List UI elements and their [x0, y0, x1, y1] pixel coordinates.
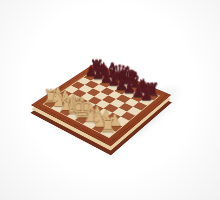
white-rook-glyph: ♜	[92, 115, 125, 135]
chess-pieces: ♜♞♝♛♚♝♞♜♟♟♟♟♟♟♟♟♟♟♟♟♟♟♟♟♜♞♝♛♚♝♞♜	[31, 63, 172, 147]
product-photo: ♜♞♝♛♚♝♞♜♟♟♟♟♟♟♟♟♟♟♟♟♟♟♟♟♜♞♝♛♚♝♞♜	[0, 0, 220, 200]
chessboard: ♜♞♝♛♚♝♞♜♟♟♟♟♟♟♟♟♟♟♟♟♟♟♟♟♜♞♝♛♚♝♞♜	[31, 63, 172, 147]
black-pawn-glyph: ♟	[131, 88, 161, 103]
